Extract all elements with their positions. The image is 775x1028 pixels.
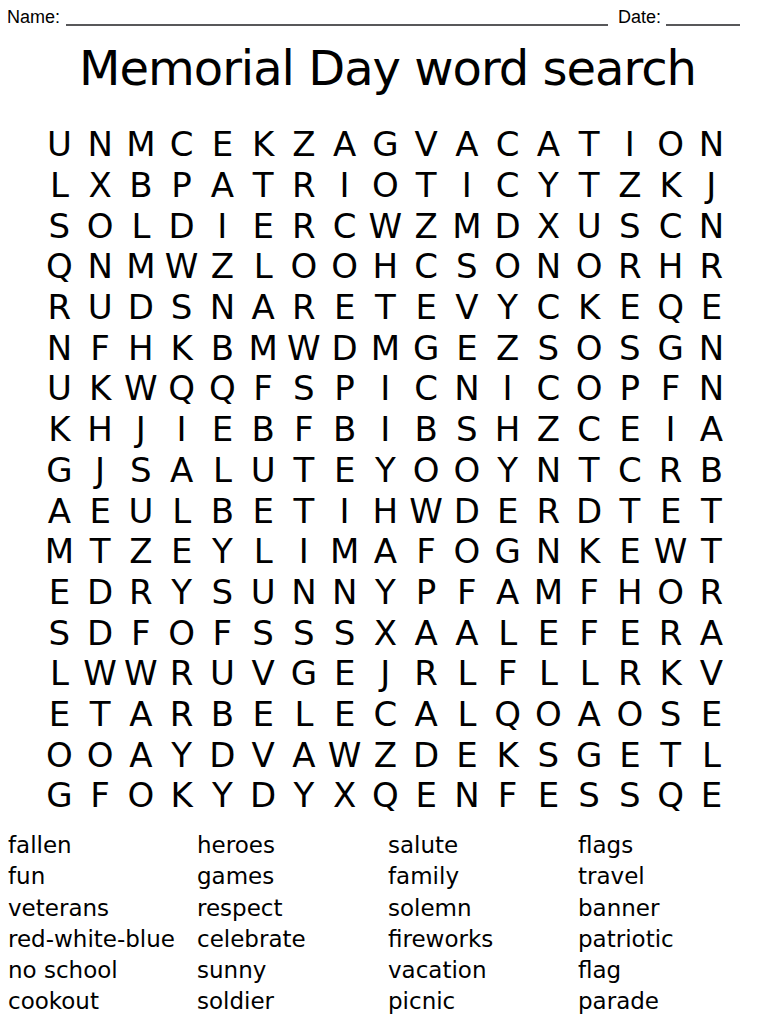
grid-cell[interactable]: K [650, 653, 691, 694]
grid-cell[interactable]: A [243, 287, 284, 328]
grid-cell[interactable]: E [650, 490, 691, 531]
grid-cell[interactable]: Y [365, 450, 406, 491]
grid-cell[interactable]: X [365, 612, 406, 653]
grid-cell[interactable]: H [610, 572, 651, 613]
grid-cell[interactable]: L [447, 653, 488, 694]
grid-cell[interactable]: C [610, 450, 651, 491]
grid-cell[interactable]: T [80, 694, 121, 735]
grid-cell[interactable]: L [161, 490, 202, 531]
grid-cell[interactable]: R [650, 450, 691, 491]
grid-cell[interactable]: B [243, 409, 284, 450]
grid-cell[interactable]: E [324, 694, 365, 735]
grid-cell[interactable]: N [528, 246, 569, 287]
grid-cell[interactable]: F [243, 368, 284, 409]
grid-cell[interactable]: Y [161, 572, 202, 613]
grid-cell[interactable]: C [528, 287, 569, 328]
grid-cell[interactable]: C [528, 368, 569, 409]
grid-cell[interactable]: S [610, 205, 651, 246]
grid-cell[interactable]: W [406, 490, 447, 531]
grid-cell[interactable]: E [610, 531, 651, 572]
grid-cell[interactable]: A [161, 450, 202, 491]
grid-cell[interactable]: D [161, 205, 202, 246]
grid-cell[interactable]: R [284, 165, 325, 206]
grid-cell[interactable]: D [121, 287, 162, 328]
date-input-line[interactable] [666, 8, 740, 26]
grid-cell[interactable]: Z [487, 327, 528, 368]
grid-cell[interactable]: F [284, 409, 325, 450]
grid-cell[interactable]: E [243, 205, 284, 246]
grid-cell[interactable]: U [121, 490, 162, 531]
grid-cell[interactable]: S [243, 612, 284, 653]
grid-cell[interactable]: G [365, 124, 406, 165]
grid-cell[interactable]: M [365, 327, 406, 368]
grid-cell[interactable]: K [569, 287, 610, 328]
grid-cell[interactable]: S [447, 409, 488, 450]
grid-cell[interactable]: C [406, 246, 447, 287]
word-search-worksheet: Name: Date: Memorial Day word search UNM… [0, 0, 775, 1028]
grid-cell[interactable]: S [650, 694, 691, 735]
grid-cell[interactable]: E [406, 775, 447, 816]
name-input-line[interactable] [66, 8, 608, 26]
grid-cell[interactable]: Z [365, 734, 406, 775]
grid-cell[interactable]: B [324, 409, 365, 450]
grid-cell[interactable]: A [39, 490, 80, 531]
grid-cell[interactable]: Z [610, 165, 651, 206]
grid-cell[interactable]: Y [365, 572, 406, 613]
grid-cell[interactable]: W [324, 734, 365, 775]
grid-cell[interactable]: C [487, 165, 528, 206]
grid-cell[interactable]: T [650, 734, 691, 775]
grid-cell[interactable]: R [691, 246, 732, 287]
grid-cell[interactable]: T [691, 490, 732, 531]
grid-cell[interactable]: N [691, 327, 732, 368]
grid-cell[interactable]: E [161, 531, 202, 572]
grid-cell[interactable]: G [39, 775, 80, 816]
grid-cell[interactable]: E [324, 287, 365, 328]
grid-cell[interactable]: O [610, 694, 651, 735]
grid-cell[interactable]: K [80, 368, 121, 409]
grid-cell[interactable]: T [80, 531, 121, 572]
grid-cell[interactable]: C [487, 124, 528, 165]
grid-cell[interactable]: E [691, 775, 732, 816]
grid-cell[interactable]: R [161, 694, 202, 735]
grid-cell[interactable]: K [487, 734, 528, 775]
grid-cell[interactable]: S [39, 205, 80, 246]
grid-cell[interactable]: N [447, 775, 488, 816]
grid-cell[interactable]: I [365, 409, 406, 450]
grid-cell[interactable]: M [447, 205, 488, 246]
grid-cell[interactable]: S [284, 368, 325, 409]
grid-cell[interactable]: B [202, 694, 243, 735]
grid-cell[interactable]: Q [650, 775, 691, 816]
grid-cell[interactable]: R [650, 612, 691, 653]
grid-cell[interactable]: T [284, 490, 325, 531]
grid-cell[interactable]: Y [487, 450, 528, 491]
grid-cell[interactable]: R [284, 205, 325, 246]
grid-cell[interactable]: E [202, 124, 243, 165]
grid-cell[interactable]: W [161, 246, 202, 287]
grid-cell[interactable]: C [650, 205, 691, 246]
grid-cell[interactable]: B [691, 450, 732, 491]
grid-cell[interactable]: I [161, 409, 202, 450]
grid-cell[interactable]: G [284, 653, 325, 694]
grid-cell[interactable]: S [161, 287, 202, 328]
grid-cell[interactable]: A [406, 694, 447, 735]
grid-cell[interactable]: N [691, 205, 732, 246]
grid-cell[interactable]: Z [284, 124, 325, 165]
grid-cell[interactable]: A [691, 409, 732, 450]
grid-cell[interactable]: R [161, 653, 202, 694]
grid-cell[interactable]: T [243, 165, 284, 206]
grid-cell[interactable]: X [324, 775, 365, 816]
grid-cell[interactable]: N [447, 368, 488, 409]
grid-cell[interactable]: A [121, 694, 162, 735]
grid-cell[interactable]: D [406, 734, 447, 775]
grid-cell[interactable]: B [202, 490, 243, 531]
grid-cell[interactable]: P [406, 572, 447, 613]
grid-cell[interactable]: F [569, 572, 610, 613]
grid-cell[interactable]: R [406, 653, 447, 694]
grid-cell[interactable]: E [243, 490, 284, 531]
grid-cell[interactable]: O [161, 612, 202, 653]
grid-cell[interactable]: I [324, 165, 365, 206]
grid-cell[interactable]: E [528, 775, 569, 816]
grid-cell[interactable]: H [365, 246, 406, 287]
page-title: Memorial Day word search [0, 40, 775, 96]
grid-cell[interactable]: O [528, 694, 569, 735]
grid-cell[interactable]: T [691, 531, 732, 572]
grid-cell[interactable]: F [487, 653, 528, 694]
grid-cell[interactable]: B [202, 327, 243, 368]
grid-cell[interactable]: F [121, 612, 162, 653]
grid-cell[interactable]: L [487, 612, 528, 653]
grid-cell[interactable]: T [610, 490, 651, 531]
grid-cell[interactable]: D [243, 775, 284, 816]
grid-cell[interactable]: Y [284, 775, 325, 816]
grid-cell[interactable]: N [284, 572, 325, 613]
grid-cell[interactable]: K [569, 531, 610, 572]
grid-cell[interactable]: J [691, 165, 732, 206]
grid-cell[interactable]: L [202, 450, 243, 491]
grid-cell[interactable]: J [365, 653, 406, 694]
grid-cell[interactable]: M [528, 572, 569, 613]
grid-cell[interactable]: O [447, 531, 488, 572]
grid-cell[interactable]: E [39, 572, 80, 613]
grid-cell[interactable]: H [80, 409, 121, 450]
word-item: soldier [197, 986, 306, 1017]
grid-cell[interactable]: J [121, 409, 162, 450]
grid-cell[interactable]: K [243, 124, 284, 165]
grid-cell[interactable]: M [39, 531, 80, 572]
grid-cell[interactable]: F [80, 327, 121, 368]
grid-cell[interactable]: O [569, 368, 610, 409]
grid-cell[interactable]: M [121, 124, 162, 165]
grid-cell[interactable]: S [528, 734, 569, 775]
grid-cell[interactable]: F [447, 572, 488, 613]
grid-cell[interactable]: N [528, 450, 569, 491]
grid-cell[interactable]: O [121, 775, 162, 816]
grid-cell[interactable]: B [406, 409, 447, 450]
grid-cell[interactable]: T [406, 165, 447, 206]
grid-cell[interactable]: G [406, 327, 447, 368]
grid-cell[interactable]: F [80, 775, 121, 816]
grid-cell[interactable]: N [39, 327, 80, 368]
grid-cell[interactable]: P [161, 165, 202, 206]
grid-cell[interactable]: M [243, 327, 284, 368]
grid-cell[interactable]: Q [650, 287, 691, 328]
grid-cell[interactable]: S [610, 327, 651, 368]
grid-cell[interactable]: K [650, 165, 691, 206]
grid-cell[interactable]: L [39, 165, 80, 206]
grid-cell[interactable]: Q [39, 246, 80, 287]
grid-cell[interactable]: A [284, 734, 325, 775]
grid-cell[interactable]: U [243, 450, 284, 491]
grid-cell[interactable]: R [121, 572, 162, 613]
grid-cell[interactable]: V [406, 124, 447, 165]
word-item: red-white-blue [8, 924, 175, 955]
grid-cell[interactable]: O [80, 205, 121, 246]
grid-cell[interactable]: N [324, 572, 365, 613]
grid-cell[interactable]: A [569, 694, 610, 735]
grid-cell[interactable]: A [528, 124, 569, 165]
grid-cell[interactable]: E [691, 694, 732, 735]
grid-cell[interactable]: N [202, 287, 243, 328]
grid-cell[interactable]: X [528, 205, 569, 246]
grid-cell[interactable]: G [487, 531, 528, 572]
grid-cell[interactable]: Z [406, 205, 447, 246]
word-item: fallen [8, 830, 175, 861]
word-item: solemn [388, 893, 493, 924]
grid-cell[interactable]: I [487, 368, 528, 409]
grid-cell[interactable]: D [487, 205, 528, 246]
grid-cell[interactable]: R [528, 490, 569, 531]
grid-cell[interactable]: I [324, 490, 365, 531]
grid-cell[interactable]: S [569, 775, 610, 816]
grid-cell[interactable]: E [39, 694, 80, 735]
grid-cell[interactable]: N [80, 246, 121, 287]
grid-cell[interactable]: Z [528, 409, 569, 450]
grid-cell[interactable]: A [447, 612, 488, 653]
grid-cell[interactable]: G [39, 450, 80, 491]
grid-cell[interactable]: E [202, 409, 243, 450]
grid-cell[interactable]: O [447, 450, 488, 491]
grid-cell[interactable]: H [121, 327, 162, 368]
grid-cell[interactable]: F [650, 368, 691, 409]
grid-cell[interactable]: T [365, 287, 406, 328]
grid-cell[interactable]: C [324, 205, 365, 246]
grid-cell[interactable]: T [569, 165, 610, 206]
grid-cell[interactable]: E [80, 490, 121, 531]
grid-cell[interactable]: L [243, 246, 284, 287]
grid-cell[interactable]: P [610, 368, 651, 409]
grid-cell[interactable]: L [121, 205, 162, 246]
grid-cell[interactable]: S [324, 612, 365, 653]
grid-cell[interactable]: C [569, 409, 610, 450]
grid-cell[interactable]: I [202, 205, 243, 246]
grid-cell[interactable]: K [161, 775, 202, 816]
grid-cell[interactable]: E [610, 409, 651, 450]
grid-cell[interactable]: D [80, 612, 121, 653]
grid-cell[interactable]: R [610, 653, 651, 694]
grid-cell[interactable]: O [284, 246, 325, 287]
grid-cell[interactable]: L [447, 694, 488, 735]
grid-cell[interactable]: X [80, 165, 121, 206]
grid-cell[interactable]: U [243, 572, 284, 613]
grid-cell[interactable]: K [161, 327, 202, 368]
grid-cell[interactable]: W [121, 368, 162, 409]
grid-cell[interactable]: O [324, 246, 365, 287]
grid-cell[interactable]: D [569, 490, 610, 531]
grid-cell[interactable]: T [569, 450, 610, 491]
grid-cell[interactable]: W [650, 531, 691, 572]
grid-cell[interactable]: W [121, 653, 162, 694]
grid-cell[interactable]: L [691, 734, 732, 775]
grid-cell[interactable]: V [447, 287, 488, 328]
grid-cell[interactable]: N [528, 531, 569, 572]
grid-cell[interactable]: R [610, 246, 651, 287]
grid-cell[interactable]: F [406, 531, 447, 572]
grid-cell[interactable]: O [487, 246, 528, 287]
grid-cell[interactable]: A [691, 612, 732, 653]
grid-cell[interactable]: E [406, 287, 447, 328]
grid-cell[interactable]: S [447, 246, 488, 287]
grid-cell[interactable]: A [365, 531, 406, 572]
grid-cell[interactable]: V [243, 734, 284, 775]
grid-cell[interactable]: H [487, 409, 528, 450]
grid-cell[interactable]: G [569, 734, 610, 775]
grid-cell[interactable]: Y [202, 531, 243, 572]
grid-cell[interactable]: V [691, 653, 732, 694]
grid-cell[interactable]: L [39, 653, 80, 694]
grid-cell[interactable]: E [610, 287, 651, 328]
grid-cell[interactable]: Y [528, 165, 569, 206]
grid-cell[interactable]: A [202, 165, 243, 206]
grid-cell[interactable]: D [324, 327, 365, 368]
grid-cell[interactable]: W [365, 205, 406, 246]
grid-cell[interactable]: A [324, 124, 365, 165]
grid-cell[interactable]: R [39, 287, 80, 328]
grid-cell[interactable]: U [39, 368, 80, 409]
grid-cell[interactable]: R [284, 287, 325, 328]
grid-cell[interactable]: E [691, 287, 732, 328]
grid-cell[interactable]: O [406, 450, 447, 491]
grid-cell[interactable]: N [80, 124, 121, 165]
grid-cell[interactable]: C [365, 694, 406, 735]
grid-cell[interactable]: S [284, 612, 325, 653]
grid-cell[interactable]: O [650, 124, 691, 165]
grid-cell[interactable]: I [447, 165, 488, 206]
grid-cell[interactable]: S [610, 775, 651, 816]
grid-cell[interactable]: I [610, 124, 651, 165]
grid-cell[interactable]: E [610, 734, 651, 775]
grid-cell[interactable]: R [691, 572, 732, 613]
grid-cell[interactable]: E [243, 694, 284, 735]
grid-cell[interactable]: M [121, 246, 162, 287]
grid-cell[interactable]: D [202, 734, 243, 775]
grid-cell[interactable]: Q [202, 368, 243, 409]
grid-cell[interactable]: A [121, 734, 162, 775]
grid-cell[interactable]: E [528, 612, 569, 653]
grid-cell[interactable]: E [447, 327, 488, 368]
grid-cell[interactable]: J [80, 450, 121, 491]
grid-cell[interactable]: E [610, 612, 651, 653]
grid-cell[interactable]: U [39, 124, 80, 165]
grid-cell[interactable]: O [80, 734, 121, 775]
grid-cell[interactable]: C [161, 124, 202, 165]
grid-cell[interactable]: L [284, 694, 325, 735]
grid-cell[interactable]: A [447, 124, 488, 165]
grid-cell[interactable]: S [528, 327, 569, 368]
grid-cell[interactable]: O [39, 734, 80, 775]
grid-cell[interactable]: S [121, 450, 162, 491]
grid-cell[interactable]: Y [487, 287, 528, 328]
grid-cell[interactable]: L [243, 531, 284, 572]
word-item: banner [578, 893, 674, 924]
word-item: parade [578, 986, 674, 1017]
grid-cell[interactable]: T [569, 124, 610, 165]
grid-cell[interactable]: I [284, 531, 325, 572]
grid-cell[interactable]: A [487, 572, 528, 613]
grid-cell[interactable]: Q [365, 775, 406, 816]
grid-cell[interactable]: P [324, 368, 365, 409]
grid-cell[interactable]: Q [161, 368, 202, 409]
grid-cell[interactable]: N [691, 124, 732, 165]
grid-cell[interactable]: E [324, 653, 365, 694]
grid-cell[interactable]: U [80, 287, 121, 328]
grid-cell[interactable]: Q [487, 694, 528, 735]
grid-cell[interactable]: L [528, 653, 569, 694]
grid-cell[interactable]: O [365, 165, 406, 206]
grid-cell[interactable]: S [39, 612, 80, 653]
grid-cell[interactable]: Z [121, 531, 162, 572]
grid-cell[interactable]: K [39, 409, 80, 450]
grid-cell[interactable]: M [324, 531, 365, 572]
grid-cell[interactable]: I [365, 368, 406, 409]
grid-cell[interactable]: H [365, 490, 406, 531]
grid-cell[interactable]: H [650, 246, 691, 287]
grid-cell[interactable]: V [243, 653, 284, 694]
grid-cell[interactable]: O [569, 246, 610, 287]
grid-cell[interactable]: F [487, 775, 528, 816]
grid-cell[interactable]: F [569, 612, 610, 653]
grid-cell[interactable]: D [80, 572, 121, 613]
grid-cell[interactable]: C [406, 368, 447, 409]
grid-cell[interactable]: O [569, 327, 610, 368]
grid-cell[interactable]: W [80, 653, 121, 694]
grid-cell[interactable]: U [202, 653, 243, 694]
grid-cell[interactable]: N [691, 368, 732, 409]
grid-cell[interactable]: G [650, 327, 691, 368]
grid-cell[interactable]: D [447, 490, 488, 531]
grid-cell[interactable]: O [650, 572, 691, 613]
grid-cell[interactable]: Y [161, 734, 202, 775]
grid-cell[interactable]: B [121, 165, 162, 206]
grid-cell[interactable]: E [447, 734, 488, 775]
grid-cell[interactable]: E [324, 450, 365, 491]
grid-cell[interactable]: L [569, 653, 610, 694]
grid-cell[interactable]: Z [202, 246, 243, 287]
grid-cell[interactable]: I [650, 409, 691, 450]
grid-cell[interactable]: F [202, 612, 243, 653]
grid-cell[interactable]: Y [202, 775, 243, 816]
word-item: veterans [8, 893, 175, 924]
grid-cell[interactable]: A [406, 612, 447, 653]
grid-cell[interactable]: W [284, 327, 325, 368]
grid-cell[interactable]: E [487, 490, 528, 531]
grid-cell[interactable]: S [202, 572, 243, 613]
grid-cell[interactable]: T [284, 450, 325, 491]
grid-cell[interactable]: U [569, 205, 610, 246]
